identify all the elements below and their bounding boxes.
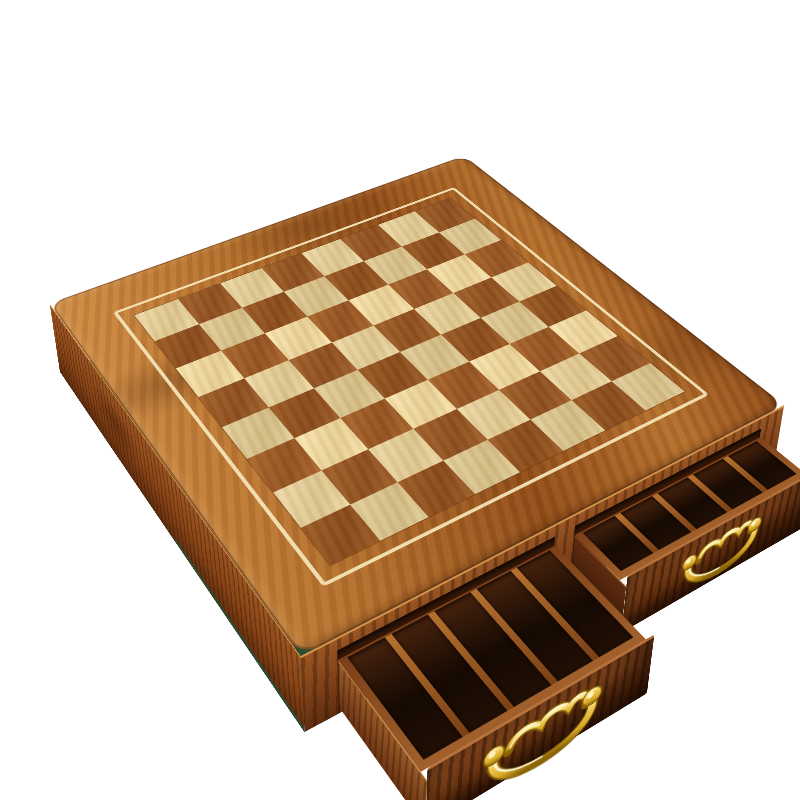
- square-a3: [247, 438, 322, 492]
- square-g2: [540, 353, 612, 400]
- square-f2: [499, 371, 572, 419]
- square-b5: [244, 360, 314, 407]
- square-e2: [457, 390, 530, 440]
- square-h1: [612, 363, 685, 411]
- square-c4: [314, 370, 385, 418]
- square-b2: [322, 449, 398, 504]
- square-d2: [413, 409, 487, 461]
- square-a2: [273, 470, 350, 527]
- square-b4: [269, 388, 341, 438]
- square-f1: [530, 400, 605, 451]
- square-d3: [385, 380, 457, 429]
- square-g1: [572, 381, 646, 430]
- square-a5: [198, 378, 268, 427]
- square-b1: [350, 482, 428, 541]
- square-c3: [340, 399, 413, 450]
- chess-box-product-photo: [0, 0, 800, 800]
- square-a6: [176, 351, 244, 397]
- square-e1: [488, 420, 564, 473]
- square-a4: [222, 407, 294, 458]
- square-c2: [368, 429, 443, 482]
- square-c1: [398, 461, 476, 517]
- square-b3: [294, 418, 368, 470]
- square-d4: [358, 352, 428, 399]
- square-d1: [443, 440, 520, 494]
- square-a1: [301, 505, 380, 566]
- square-e3: [428, 362, 499, 409]
